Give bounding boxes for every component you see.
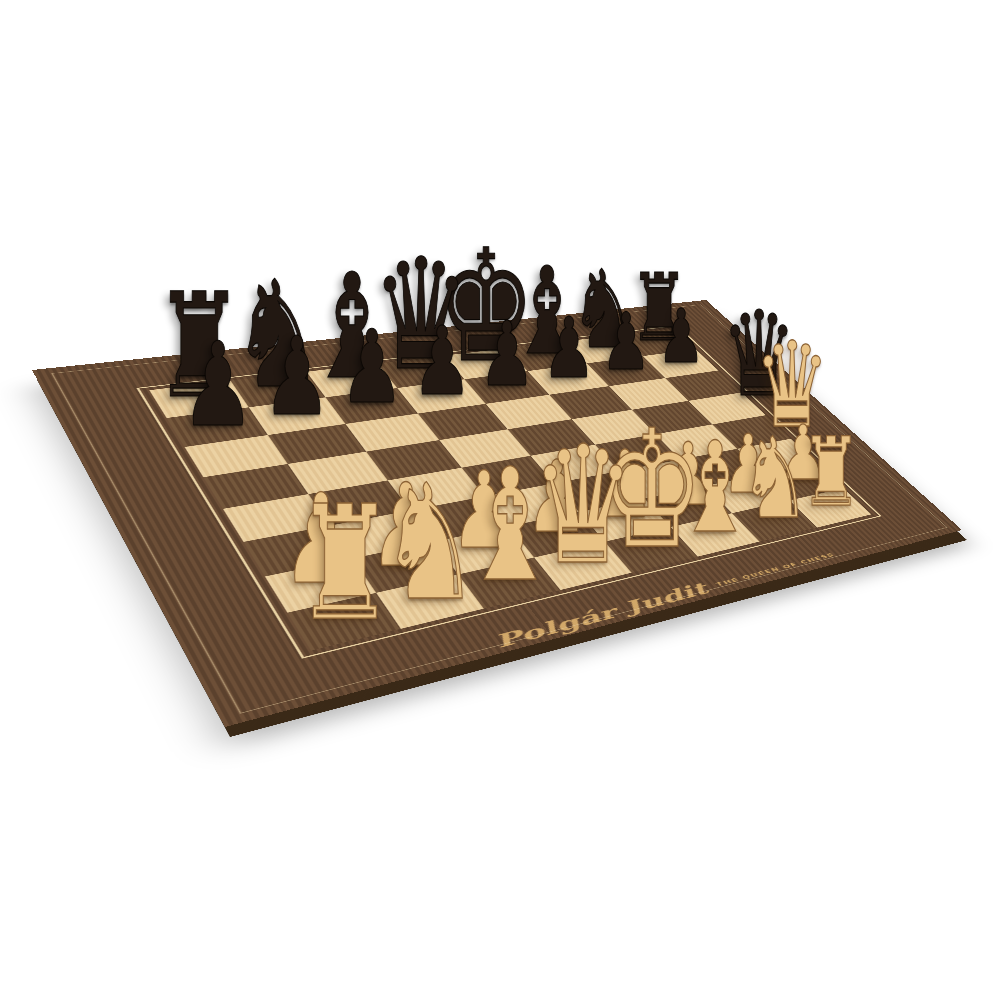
chess-set-photo: Polgár Judit THE QUEEN OF CHESS ♜♞♝♛♚♝♞♜… (0, 0, 1000, 1000)
squares-grid (149, 329, 871, 651)
